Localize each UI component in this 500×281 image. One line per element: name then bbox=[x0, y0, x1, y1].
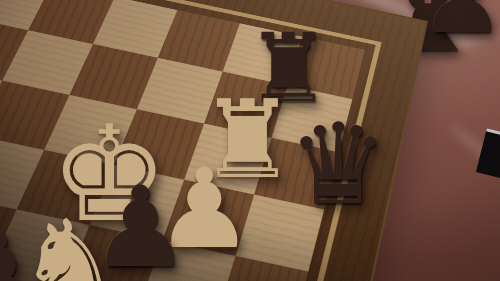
captured-black-pawn[interactable]: ♟ bbox=[420, 0, 500, 47]
piece-black-queen-h6[interactable]: ♛ bbox=[288, 108, 388, 220]
piece-black-pawn-d5[interactable]: ♟ bbox=[0, 218, 50, 281]
side-object bbox=[476, 128, 500, 178]
photo-scene: ★ 12369 12369 ♜♜♛♚♟♟♞♟♝♟♝♟ bbox=[0, 0, 500, 281]
